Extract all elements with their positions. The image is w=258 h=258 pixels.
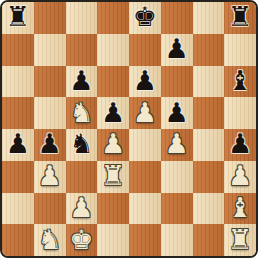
piece-white-pawn[interactable]: ♟ [38, 162, 62, 189]
square-g3[interactable] [193, 161, 225, 193]
square-e2[interactable] [129, 193, 161, 225]
square-c5[interactable]: ♞ [66, 97, 98, 129]
square-b6[interactable] [34, 66, 66, 98]
square-g5[interactable] [193, 97, 225, 129]
square-c7[interactable] [66, 34, 98, 66]
square-h4[interactable]: ♟ [224, 129, 256, 161]
piece-white-rook[interactable]: ♜ [228, 226, 252, 253]
square-d4[interactable]: ♟ [97, 129, 129, 161]
square-h8[interactable]: ♜ [224, 2, 256, 34]
square-b8[interactable] [34, 2, 66, 34]
square-g7[interactable] [193, 34, 225, 66]
piece-white-knight[interactable]: ♞ [69, 99, 93, 126]
piece-white-pawn[interactable]: ♟ [228, 162, 252, 189]
square-b5[interactable] [34, 97, 66, 129]
square-g6[interactable] [193, 66, 225, 98]
square-h5[interactable] [224, 97, 256, 129]
square-f4[interactable]: ♟ [161, 129, 193, 161]
square-b2[interactable] [34, 193, 66, 225]
square-c8[interactable] [66, 2, 98, 34]
piece-white-rook[interactable]: ♜ [101, 162, 125, 189]
piece-black-king[interactable]: ♚ [133, 3, 157, 30]
piece-black-pawn[interactable]: ♟ [228, 130, 252, 157]
board-container: ♜♚♜♟♟♟♝♞♟♟♟♟♟♞♟♟♟♟♜♟♟♝♞♚♜ [0, 0, 258, 258]
square-e1[interactable] [129, 224, 161, 256]
square-a6[interactable] [2, 66, 34, 98]
square-c6[interactable]: ♟ [66, 66, 98, 98]
square-d3[interactable]: ♜ [97, 161, 129, 193]
square-g1[interactable] [193, 224, 225, 256]
square-e5[interactable]: ♟ [129, 97, 161, 129]
square-d2[interactable] [97, 193, 129, 225]
square-d5[interactable]: ♟ [97, 97, 129, 129]
square-b1[interactable]: ♞ [34, 224, 66, 256]
piece-black-rook[interactable]: ♜ [228, 3, 252, 30]
square-a1[interactable] [2, 224, 34, 256]
square-f5[interactable]: ♟ [161, 97, 193, 129]
square-b3[interactable]: ♟ [34, 161, 66, 193]
square-f1[interactable] [161, 224, 193, 256]
piece-black-pawn[interactable]: ♟ [165, 35, 189, 62]
piece-black-pawn[interactable]: ♟ [133, 67, 157, 94]
square-a4[interactable]: ♟ [2, 129, 34, 161]
square-e4[interactable] [129, 129, 161, 161]
square-a7[interactable] [2, 34, 34, 66]
square-g4[interactable] [193, 129, 225, 161]
square-d7[interactable] [97, 34, 129, 66]
square-c4[interactable]: ♞ [66, 129, 98, 161]
square-f6[interactable] [161, 66, 193, 98]
square-e8[interactable]: ♚ [129, 2, 161, 34]
square-f8[interactable] [161, 2, 193, 34]
square-e6[interactable]: ♟ [129, 66, 161, 98]
piece-white-pawn[interactable]: ♟ [101, 130, 125, 157]
square-a8[interactable]: ♜ [2, 2, 34, 34]
piece-black-knight[interactable]: ♞ [69, 130, 93, 157]
piece-black-pawn[interactable]: ♟ [69, 67, 93, 94]
piece-white-pawn[interactable]: ♟ [69, 194, 93, 221]
square-b7[interactable] [34, 34, 66, 66]
square-c2[interactable]: ♟ [66, 193, 98, 225]
piece-white-bishop[interactable]: ♝ [228, 194, 252, 221]
piece-black-rook[interactable]: ♜ [6, 3, 30, 30]
square-a3[interactable] [2, 161, 34, 193]
piece-white-pawn[interactable]: ♟ [165, 130, 189, 157]
square-b4[interactable]: ♟ [34, 129, 66, 161]
square-d8[interactable] [97, 2, 129, 34]
square-c1[interactable]: ♚ [66, 224, 98, 256]
square-h1[interactable]: ♜ [224, 224, 256, 256]
piece-black-pawn[interactable]: ♟ [6, 130, 30, 157]
square-a2[interactable] [2, 193, 34, 225]
square-h7[interactable] [224, 34, 256, 66]
square-h6[interactable]: ♝ [224, 66, 256, 98]
square-h3[interactable]: ♟ [224, 161, 256, 193]
chess-board: ♜♚♜♟♟♟♝♞♟♟♟♟♟♞♟♟♟♟♜♟♟♝♞♚♜ [0, 0, 258, 258]
square-f7[interactable]: ♟ [161, 34, 193, 66]
square-e3[interactable] [129, 161, 161, 193]
piece-black-pawn[interactable]: ♟ [165, 99, 189, 126]
square-e7[interactable] [129, 34, 161, 66]
piece-black-pawn[interactable]: ♟ [38, 130, 62, 157]
piece-white-pawn[interactable]: ♟ [133, 99, 157, 126]
square-h2[interactable]: ♝ [224, 193, 256, 225]
piece-black-bishop[interactable]: ♝ [228, 67, 252, 94]
piece-black-pawn[interactable]: ♟ [101, 99, 125, 126]
square-g8[interactable] [193, 2, 225, 34]
square-a5[interactable] [2, 97, 34, 129]
square-f2[interactable] [161, 193, 193, 225]
piece-white-knight[interactable]: ♞ [38, 226, 62, 253]
square-c3[interactable] [66, 161, 98, 193]
square-g2[interactable] [193, 193, 225, 225]
piece-white-king[interactable]: ♚ [69, 226, 93, 253]
square-d1[interactable] [97, 224, 129, 256]
square-d6[interactable] [97, 66, 129, 98]
square-f3[interactable] [161, 161, 193, 193]
